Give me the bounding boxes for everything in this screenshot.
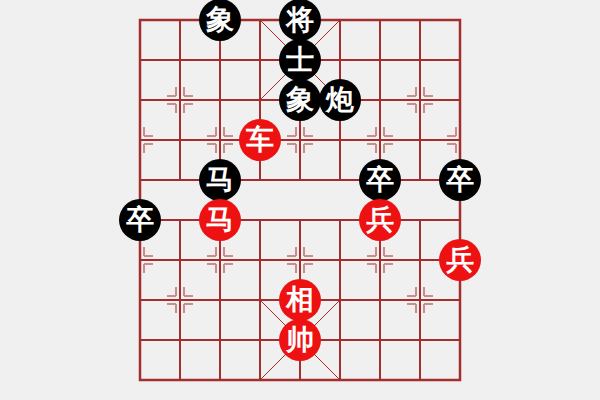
board-point [400, 80, 440, 120]
board-point [240, 320, 280, 360]
piece-red-chariot[interactable]: 车 [239, 119, 281, 161]
board-point [160, 200, 200, 240]
board-point [320, 360, 360, 400]
board-point [400, 240, 440, 280]
board-point [240, 80, 280, 120]
piece-black-advisor[interactable]: 士 [279, 39, 321, 81]
board-point [200, 240, 240, 280]
board-point [120, 40, 160, 80]
board-point [320, 240, 360, 280]
piece-black-soldier[interactable]: 卒 [439, 159, 481, 201]
board-point [200, 40, 240, 80]
board-point [360, 320, 400, 360]
xiangqi-board-screen: 象将士象炮车马卒卒卒马兵兵相帅 [0, 0, 600, 400]
piece-black-soldier[interactable]: 卒 [359, 159, 401, 201]
board-point [200, 120, 240, 160]
board-point[interactable]: 炮 [320, 80, 360, 120]
board-point [160, 120, 200, 160]
board-point [120, 280, 160, 320]
piece-red-general[interactable]: 帅 [279, 319, 321, 361]
board-point [360, 240, 400, 280]
board-point [160, 80, 200, 120]
board-point [240, 240, 280, 280]
board-point [120, 80, 160, 120]
board-point [400, 160, 440, 200]
board-point [320, 160, 360, 200]
board-point[interactable]: 将 [280, 0, 320, 40]
board-point[interactable]: 卒 [440, 160, 480, 200]
board-point [200, 320, 240, 360]
board-point [440, 80, 480, 120]
board-point[interactable]: 车 [240, 120, 280, 160]
piece-black-soldier[interactable]: 卒 [119, 199, 161, 241]
board-point [240, 360, 280, 400]
board-point[interactable]: 卒 [360, 160, 400, 200]
board-point [240, 0, 280, 40]
board-point [160, 0, 200, 40]
board-point[interactable]: 象 [200, 0, 240, 40]
board-point [440, 120, 480, 160]
board-point [280, 120, 320, 160]
board-point [360, 120, 400, 160]
board-point [240, 40, 280, 80]
board-point [400, 0, 440, 40]
board-point [120, 320, 160, 360]
board-point [400, 320, 440, 360]
board-point [240, 160, 280, 200]
piece-red-horse[interactable]: 马 [199, 199, 241, 241]
board-point [360, 360, 400, 400]
board-point [360, 40, 400, 80]
board-point [240, 280, 280, 320]
board-point [320, 40, 360, 80]
board-point [440, 280, 480, 320]
board-point [280, 160, 320, 200]
piece-black-elephant[interactable]: 象 [279, 79, 321, 121]
board-point [320, 120, 360, 160]
board-point [360, 80, 400, 120]
board-point[interactable]: 相 [280, 280, 320, 320]
board-point [360, 280, 400, 320]
piece-red-soldier[interactable]: 兵 [439, 239, 481, 281]
board-point [160, 160, 200, 200]
board-point [440, 0, 480, 40]
board-point [400, 280, 440, 320]
board-point [440, 200, 480, 240]
board-point [440, 40, 480, 80]
board-point [320, 0, 360, 40]
board-point [200, 360, 240, 400]
board-point[interactable]: 马 [200, 160, 240, 200]
board-point [120, 0, 160, 40]
board-point [440, 320, 480, 360]
board-point [200, 80, 240, 120]
board-point [240, 200, 280, 240]
board-point [440, 360, 480, 400]
board-point [120, 240, 160, 280]
board-point [160, 40, 200, 80]
board-point[interactable]: 象 [280, 80, 320, 120]
board-point [120, 160, 160, 200]
piece-black-general[interactable]: 将 [279, 0, 321, 41]
piece-red-elephant[interactable]: 相 [279, 279, 321, 321]
board-point [120, 360, 160, 400]
piece-black-horse[interactable]: 马 [199, 159, 241, 201]
board-point[interactable]: 马 [200, 200, 240, 240]
board-point [400, 200, 440, 240]
board-point [320, 320, 360, 360]
piece-black-cannon[interactable]: 炮 [319, 79, 361, 121]
board-point [320, 200, 360, 240]
board-point [400, 120, 440, 160]
board-point [400, 40, 440, 80]
board-point [200, 280, 240, 320]
board-point[interactable]: 士 [280, 40, 320, 80]
board-point [160, 280, 200, 320]
board-point[interactable]: 帅 [280, 320, 320, 360]
board-point [360, 0, 400, 40]
piece-red-soldier[interactable]: 兵 [359, 199, 401, 241]
board-point [280, 240, 320, 280]
board-point [160, 240, 200, 280]
piece-black-elephant[interactable]: 象 [199, 0, 241, 41]
board-point[interactable]: 兵 [360, 200, 400, 240]
board-point [280, 360, 320, 400]
board-point[interactable]: 兵 [440, 240, 480, 280]
board-point[interactable]: 卒 [120, 200, 160, 240]
board-point [280, 200, 320, 240]
board-point [120, 120, 160, 160]
board-point [400, 360, 440, 400]
board-point [160, 360, 200, 400]
board-point [160, 320, 200, 360]
board-point [320, 280, 360, 320]
xiangqi-board: 象将士象炮车马卒卒卒马兵兵相帅 [120, 0, 480, 400]
